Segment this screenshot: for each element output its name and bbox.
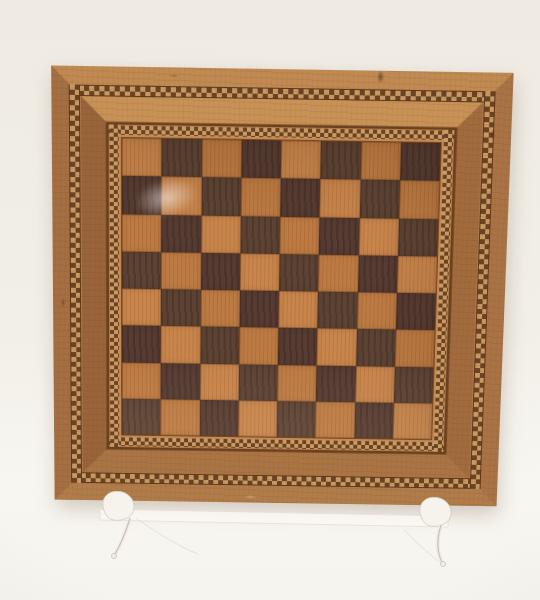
square-g1 <box>354 402 394 439</box>
square-a3 <box>122 325 161 362</box>
square-d5 <box>240 253 280 291</box>
square-e5 <box>279 254 319 292</box>
square-b5 <box>161 252 201 290</box>
square-h2 <box>394 366 434 403</box>
square-d8 <box>241 140 281 179</box>
square-b2 <box>161 363 200 400</box>
square-f1 <box>315 401 355 438</box>
square-f7 <box>320 179 360 217</box>
square-f5 <box>318 254 358 292</box>
square-g4 <box>357 292 397 329</box>
square-d3 <box>239 327 279 364</box>
square-b7 <box>161 177 201 215</box>
square-f3 <box>317 329 357 366</box>
square-d6 <box>240 216 280 254</box>
square-g8 <box>360 142 401 181</box>
square-a5 <box>122 251 161 289</box>
square-h5 <box>397 256 437 294</box>
square-b1 <box>161 399 200 436</box>
square-h3 <box>395 330 435 367</box>
square-h4 <box>396 293 436 330</box>
square-a8 <box>122 138 162 177</box>
square-c2 <box>200 363 239 400</box>
field-inlay-band-left <box>110 124 119 447</box>
square-g3 <box>356 329 396 366</box>
square-e3 <box>278 328 318 365</box>
square-a1 <box>122 398 161 435</box>
square-e6 <box>280 216 320 254</box>
stand-right-leg <box>438 525 443 564</box>
square-b4 <box>161 289 200 327</box>
square-d4 <box>239 290 279 328</box>
outer-inlay-band-left <box>69 84 82 482</box>
square-b8 <box>162 139 202 178</box>
stand-shelf <box>100 509 448 527</box>
inner-plate <box>107 122 457 454</box>
stand-right-foot <box>440 561 445 566</box>
square-e1 <box>277 401 316 438</box>
square-g2 <box>355 366 395 403</box>
square-g5 <box>357 255 397 293</box>
square-c5 <box>200 253 240 291</box>
playing-field <box>121 137 442 440</box>
stand-left-leg <box>114 518 130 556</box>
square-g7 <box>359 180 400 218</box>
square-h6 <box>398 218 439 256</box>
stand-left-leg-edge <box>114 518 130 556</box>
square-a2 <box>122 362 161 399</box>
square-a4 <box>122 289 161 327</box>
square-h8 <box>400 142 441 181</box>
stand-left-foot <box>111 553 116 558</box>
square-b6 <box>161 214 201 252</box>
square-e2 <box>277 365 317 402</box>
photo-scene <box>0 0 540 600</box>
square-a6 <box>122 214 162 252</box>
square-e4 <box>278 291 318 329</box>
stand-left-crossbar <box>136 518 198 554</box>
stand-right-crossbar <box>404 530 438 561</box>
square-f8 <box>320 141 361 180</box>
square-h7 <box>399 180 440 218</box>
square-f4 <box>318 292 358 330</box>
square-f6 <box>319 217 359 255</box>
square-d2 <box>238 364 277 401</box>
wooden-frame <box>51 65 513 506</box>
square-c3 <box>200 327 239 364</box>
square-h1 <box>393 403 433 440</box>
square-g6 <box>358 218 398 256</box>
square-c6 <box>201 215 241 253</box>
square-a7 <box>122 176 162 214</box>
square-c7 <box>201 177 241 215</box>
stand-right-leg-edge <box>438 525 443 564</box>
square-d7 <box>241 178 281 216</box>
square-e8 <box>281 140 321 179</box>
square-f2 <box>316 365 356 402</box>
square-c4 <box>200 290 240 328</box>
square-b3 <box>161 326 200 363</box>
square-e7 <box>280 179 320 217</box>
square-d1 <box>238 400 277 437</box>
square-c8 <box>201 139 241 178</box>
square-c1 <box>199 400 238 437</box>
game-board <box>51 65 513 506</box>
